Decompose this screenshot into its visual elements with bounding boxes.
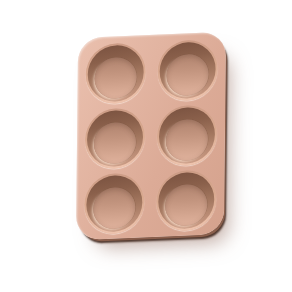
cup-floor: [93, 187, 135, 230]
cup-floor: [166, 54, 208, 97]
cup-grid: [76, 32, 226, 240]
product-photo: [0, 0, 292, 292]
cup-floor: [166, 119, 208, 162]
cup-floor: [94, 57, 136, 100]
muffin-cup: [85, 42, 146, 105]
cup-floor: [165, 184, 207, 227]
cup-well: [86, 174, 143, 232]
muffin-cup: [157, 39, 218, 102]
muffin-pan: [76, 32, 226, 240]
muffin-cup: [84, 172, 145, 235]
cup-well: [158, 171, 215, 229]
cup-well: [87, 109, 144, 167]
muffin-cup: [156, 169, 217, 232]
muffin-cup: [85, 107, 146, 170]
cup-well: [159, 106, 216, 164]
cup-well: [159, 41, 216, 99]
cup-floor: [94, 122, 136, 165]
cup-well: [87, 44, 144, 102]
muffin-cup: [157, 104, 218, 167]
